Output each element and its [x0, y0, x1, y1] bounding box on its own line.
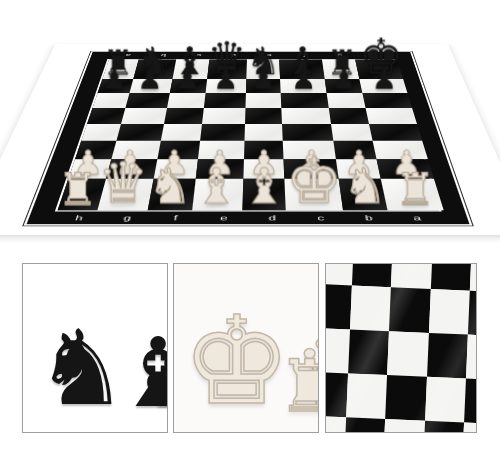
far-file-label-e: e	[251, 53, 286, 56]
square-f8: ♝	[173, 60, 210, 79]
pattern-square	[468, 291, 477, 337]
square-c2: ♟	[284, 159, 338, 178]
pattern-square	[325, 328, 350, 374]
pattern-square	[430, 263, 471, 291]
pattern-square	[462, 423, 477, 433]
board-perspective-wrap: abcdefgh hgfedcba 87654321 87654321 ♜♞♝♛…	[27, 52, 470, 224]
square-e4	[200, 124, 245, 141]
pattern-square	[425, 377, 466, 423]
square-g7: ♟	[130, 79, 173, 93]
square-e5	[202, 108, 246, 124]
pattern-square	[466, 335, 477, 381]
square-c4	[282, 124, 333, 141]
square-b3	[333, 141, 376, 159]
square-h2: ♟	[68, 159, 111, 178]
pattern-square	[389, 287, 430, 333]
rank-label-8: 8	[76, 64, 114, 70]
square-g4	[116, 124, 164, 141]
pattern-square	[325, 284, 352, 330]
square-b8: ♜	[322, 60, 359, 79]
pattern-square	[346, 373, 387, 419]
pattern-square	[352, 263, 393, 287]
square-c7: ♟	[280, 79, 326, 93]
pattern-square	[325, 372, 348, 418]
square-d3	[244, 141, 284, 159]
square-g3	[111, 141, 160, 159]
square-g6	[125, 93, 170, 108]
square-a3	[372, 141, 428, 159]
pattern-square	[464, 379, 477, 425]
thumbnail-black-pieces: ♞ ♝ ♝	[22, 263, 168, 433]
pattern-square	[325, 416, 346, 433]
square-a1: ♜	[380, 179, 443, 211]
square-c3	[283, 141, 336, 159]
far-file-label-c: c	[181, 53, 217, 56]
square-c5	[282, 108, 331, 124]
square-e6	[204, 93, 246, 108]
square-b7: ♟	[325, 79, 362, 93]
rank-label-6: 6	[63, 94, 104, 101]
far-file-label-a: a	[110, 53, 146, 56]
square-f2: ♟	[154, 159, 198, 178]
square-b5	[329, 108, 369, 124]
square-d1: ♝	[242, 179, 286, 211]
pattern-square	[387, 331, 428, 377]
file-label-a: a	[392, 215, 442, 222]
chess-board: abcdefgh hgfedcba 87654321 87654321 ♜♞♝♛…	[27, 52, 470, 224]
square-c6	[281, 93, 329, 108]
square-e3	[198, 141, 245, 159]
rank-label-5: 5	[56, 111, 99, 118]
pattern-square	[423, 421, 464, 433]
file-label-c: c	[296, 215, 345, 222]
thumbnail-white-pieces: ♚ ♛ ♜	[173, 263, 319, 433]
board-scene: abcdefgh hgfedcba 87654321 87654321 ♜♞♝♛…	[0, 0, 500, 256]
pattern-square	[350, 285, 391, 331]
file-label-d: d	[248, 215, 297, 222]
square-e1: ♝	[192, 179, 243, 211]
square-b4	[331, 124, 372, 141]
square-h1: ♜	[58, 179, 107, 211]
far-file-label-g: g	[322, 53, 358, 56]
checkerboard-pattern	[325, 263, 477, 433]
square-d5	[245, 108, 283, 124]
square-h3	[75, 141, 116, 159]
square-c1: ♚	[285, 179, 343, 211]
square-e8: ♛	[207, 60, 247, 79]
file-label-f: f	[151, 215, 200, 222]
rank-label-5: 5	[401, 111, 443, 118]
rank-label-6: 6	[397, 94, 438, 101]
file-label-b: b	[344, 215, 394, 222]
square-d2: ♟	[243, 159, 285, 178]
file-label-e: e	[199, 215, 248, 222]
pattern-square	[325, 263, 354, 285]
far-file-label-b: b	[145, 53, 181, 56]
square-b1: ♞	[338, 179, 386, 211]
square-g5	[121, 108, 167, 124]
pattern-square	[384, 419, 425, 433]
square-h4	[81, 124, 121, 141]
playfield-grid: ♜♞♝♛♞♝♜♚♟♟♟♟♟♟♟♟♟♟♟♟♟♟♟♟♜♛♞♝♝♚♞♜	[55, 59, 442, 212]
square-a4	[369, 124, 423, 141]
far-file-label-d: d	[216, 53, 251, 56]
white-king-icon: ♚	[182, 304, 291, 420]
white-king: ♚	[286, 149, 342, 212]
square-f7: ♟	[170, 79, 207, 93]
square-g1: ♛	[97, 179, 153, 211]
far-file-labels: abcdefgh	[110, 53, 393, 56]
far-file-label-h: h	[357, 53, 393, 56]
square-g2: ♟	[106, 159, 157, 178]
square-a2: ♟	[376, 159, 434, 178]
thumbnail-board-texture	[325, 263, 477, 433]
pattern-square	[427, 333, 468, 379]
square-b6	[327, 93, 366, 108]
square-e2: ♟	[196, 159, 244, 178]
rank-label-7: 7	[392, 79, 431, 85]
square-f4	[161, 124, 202, 141]
pattern-square	[429, 289, 470, 335]
main-photo: abcdefgh hgfedcba 87654321 87654321 ♜♞♝♛…	[0, 0, 500, 256]
square-d4	[244, 124, 283, 141]
pattern-square	[391, 263, 432, 289]
rank-label-8: 8	[388, 64, 426, 70]
square-d8: ♞	[246, 60, 280, 79]
file-label-h: h	[54, 215, 104, 222]
square-f5	[164, 108, 203, 124]
product-image: abcdefgh hgfedcba 87654321 87654321 ♜♞♝♛…	[0, 0, 500, 456]
pattern-square	[386, 375, 427, 421]
file-label-g: g	[102, 215, 152, 222]
square-d6	[245, 93, 281, 108]
pattern-square	[470, 263, 477, 292]
square-f1: ♞	[148, 179, 196, 211]
white-rook-partial-icon: ♜	[277, 352, 319, 420]
pattern-square	[348, 329, 389, 375]
square-c8: ♝	[280, 60, 325, 79]
far-file-label-f: f	[286, 53, 322, 56]
rank-label-7: 7	[70, 79, 110, 85]
square-b2: ♟	[336, 159, 380, 178]
square-f3	[157, 141, 199, 159]
black-bishop-partial-icon: ♝	[115, 327, 168, 418]
square-g8: ♞	[133, 60, 176, 79]
square-d7: ♟	[246, 79, 281, 93]
pattern-square	[344, 417, 385, 433]
near-file-labels: hgfedcba	[54, 215, 443, 222]
square-e7: ♟	[205, 79, 246, 93]
square-f6	[167, 93, 205, 108]
